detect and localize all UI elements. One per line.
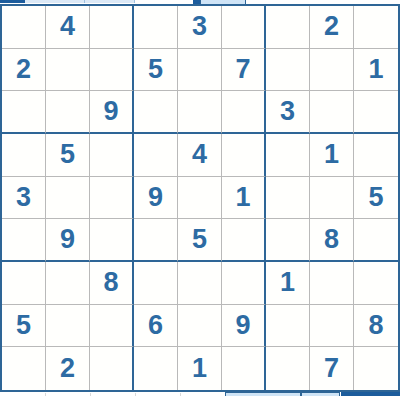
cell-r4c2[interactable]: 5 bbox=[46, 134, 90, 177]
given-digit: 9 bbox=[235, 312, 250, 339]
given-digit: 5 bbox=[16, 312, 31, 339]
cell-r9c1[interactable] bbox=[2, 347, 46, 390]
given-digit: 5 bbox=[60, 141, 75, 168]
cell-r7c2[interactable] bbox=[46, 262, 90, 305]
cell-r2c7[interactable] bbox=[266, 49, 310, 92]
bottom-edge-artifact-box-2 bbox=[301, 392, 340, 396]
cell-r8c2[interactable] bbox=[46, 305, 90, 348]
cell-r5c6[interactable]: 1 bbox=[222, 177, 266, 220]
given-digit: 5 bbox=[148, 56, 163, 83]
cell-r6c7[interactable] bbox=[266, 219, 310, 262]
cell-r5c8[interactable] bbox=[310, 177, 354, 220]
cell-r9c9[interactable] bbox=[354, 347, 398, 390]
cell-r5c9[interactable]: 5 bbox=[354, 177, 398, 220]
cell-r2c9[interactable]: 1 bbox=[354, 49, 398, 92]
given-digit: 3 bbox=[16, 184, 31, 211]
given-digit: 5 bbox=[192, 226, 207, 253]
cell-r9c7[interactable] bbox=[266, 347, 310, 390]
given-digit: 5 bbox=[368, 184, 383, 211]
cell-r2c3[interactable] bbox=[90, 49, 134, 92]
cell-r5c7[interactable] bbox=[266, 177, 310, 220]
cell-r6c9[interactable] bbox=[354, 219, 398, 262]
cell-r6c6[interactable] bbox=[222, 219, 266, 262]
cell-r4c3[interactable] bbox=[90, 134, 134, 177]
given-digit: 1 bbox=[324, 141, 339, 168]
given-digit: 1 bbox=[192, 355, 207, 382]
given-digit: 9 bbox=[103, 98, 118, 125]
cell-r8c8[interactable] bbox=[310, 305, 354, 348]
given-digit: 2 bbox=[324, 13, 339, 40]
given-digit: 9 bbox=[148, 184, 163, 211]
cell-r3c7[interactable]: 3 bbox=[266, 91, 310, 134]
given-digit: 1 bbox=[235, 184, 250, 211]
cell-r4c1[interactable] bbox=[2, 134, 46, 177]
cell-r7c8[interactable] bbox=[310, 262, 354, 305]
cell-r5c4[interactable]: 9 bbox=[134, 177, 178, 220]
cell-r9c4[interactable] bbox=[134, 347, 178, 390]
cell-r2c4[interactable]: 5 bbox=[134, 49, 178, 92]
cell-r8c7[interactable] bbox=[266, 305, 310, 348]
sudoku-app: 4322571935413915958815698217 bbox=[0, 0, 400, 396]
cell-r7c7[interactable]: 1 bbox=[266, 262, 310, 305]
given-digit: 2 bbox=[16, 56, 31, 83]
given-digit: 8 bbox=[368, 312, 383, 339]
given-digit: 4 bbox=[192, 141, 207, 168]
cell-r9c8[interactable]: 7 bbox=[310, 347, 354, 390]
cell-r1c3[interactable] bbox=[90, 6, 134, 49]
cell-r1c2[interactable]: 4 bbox=[46, 6, 90, 49]
cell-r1c7[interactable] bbox=[266, 6, 310, 49]
cell-r8c9[interactable]: 8 bbox=[354, 305, 398, 348]
cell-r3c8[interactable] bbox=[310, 91, 354, 134]
cell-r7c5[interactable] bbox=[178, 262, 222, 305]
cell-r3c4[interactable] bbox=[134, 91, 178, 134]
cell-r1c6[interactable] bbox=[222, 6, 266, 49]
cell-r1c5[interactable]: 3 bbox=[178, 6, 222, 49]
bottom-edge-artifact-box-1 bbox=[225, 392, 301, 396]
cell-r9c6[interactable] bbox=[222, 347, 266, 390]
top-edge-artifact-light-2 bbox=[85, 0, 135, 3]
cell-r4c6[interactable] bbox=[222, 134, 266, 177]
cell-r1c9[interactable] bbox=[354, 6, 398, 49]
cell-r4c4[interactable] bbox=[134, 134, 178, 177]
cell-r3c1[interactable] bbox=[2, 91, 46, 134]
given-digit: 6 bbox=[148, 312, 163, 339]
given-digit: 3 bbox=[192, 13, 207, 40]
cell-r1c1[interactable] bbox=[2, 6, 46, 49]
cell-r7c6[interactable] bbox=[222, 262, 266, 305]
given-digit: 8 bbox=[324, 226, 339, 253]
cell-r1c8[interactable]: 2 bbox=[310, 6, 354, 49]
cell-r5c3[interactable] bbox=[90, 177, 134, 220]
given-digit: 1 bbox=[368, 56, 383, 83]
cell-r3c3[interactable]: 9 bbox=[90, 91, 134, 134]
given-digit: 9 bbox=[60, 226, 75, 253]
cell-r3c2[interactable] bbox=[46, 91, 90, 134]
cell-r2c8[interactable] bbox=[310, 49, 354, 92]
cell-r7c1[interactable] bbox=[2, 262, 46, 305]
cell-r2c5[interactable] bbox=[178, 49, 222, 92]
cell-r3c6[interactable] bbox=[222, 91, 266, 134]
cell-r6c8[interactable]: 8 bbox=[310, 219, 354, 262]
cell-r4c5[interactable]: 4 bbox=[178, 134, 222, 177]
given-digit: 4 bbox=[60, 13, 75, 40]
cell-r7c9[interactable] bbox=[354, 262, 398, 305]
cell-r5c5[interactable] bbox=[178, 177, 222, 220]
cell-r1c4[interactable] bbox=[134, 6, 178, 49]
cell-r5c2[interactable] bbox=[46, 177, 90, 220]
cell-r4c9[interactable] bbox=[354, 134, 398, 177]
cell-r2c1[interactable]: 2 bbox=[2, 49, 46, 92]
sudoku-grid: 4322571935413915958815698217 bbox=[0, 4, 400, 392]
given-digit: 7 bbox=[324, 355, 339, 382]
given-digit: 1 bbox=[280, 269, 295, 296]
cell-r6c2[interactable]: 9 bbox=[46, 219, 90, 262]
cell-r6c4[interactable] bbox=[134, 219, 178, 262]
given-digit: 7 bbox=[235, 56, 250, 83]
cell-r8c4[interactable]: 6 bbox=[134, 305, 178, 348]
cell-r7c4[interactable] bbox=[134, 262, 178, 305]
cell-r9c3[interactable] bbox=[90, 347, 134, 390]
cell-r6c5[interactable]: 5 bbox=[178, 219, 222, 262]
cell-r8c1[interactable]: 5 bbox=[2, 305, 46, 348]
cell-r8c6[interactable]: 9 bbox=[222, 305, 266, 348]
cell-r9c5[interactable]: 1 bbox=[178, 347, 222, 390]
cell-r4c8[interactable]: 1 bbox=[310, 134, 354, 177]
cell-r3c9[interactable] bbox=[354, 91, 398, 134]
cell-r2c6[interactable]: 7 bbox=[222, 49, 266, 92]
bottom-edge-artifact-dark bbox=[341, 392, 400, 396]
cell-r6c1[interactable] bbox=[2, 219, 46, 262]
top-edge-artifact-light-1 bbox=[25, 0, 85, 3]
cell-r7c3[interactable]: 8 bbox=[90, 262, 134, 305]
given-digit: 3 bbox=[280, 98, 295, 125]
cell-r8c3[interactable] bbox=[90, 305, 134, 348]
cell-r4c7[interactable] bbox=[266, 134, 310, 177]
cell-r2c2[interactable] bbox=[46, 49, 90, 92]
cell-r9c2[interactable]: 2 bbox=[46, 347, 90, 390]
top-edge-artifact-dark bbox=[0, 0, 25, 3]
given-digit: 2 bbox=[60, 355, 75, 382]
cell-r6c3[interactable] bbox=[90, 219, 134, 262]
cell-r8c5[interactable] bbox=[178, 305, 222, 348]
cell-r5c1[interactable]: 3 bbox=[2, 177, 46, 220]
cell-r3c5[interactable] bbox=[178, 91, 222, 134]
given-digit: 8 bbox=[103, 269, 118, 296]
